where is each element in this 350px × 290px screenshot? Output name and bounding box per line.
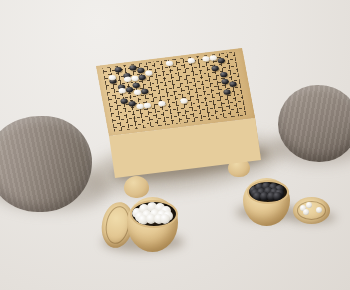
black-stone [132, 82, 140, 88]
scene: { "game": "go", "board": { "size": 19, "… [0, 0, 350, 290]
star-point [177, 112, 179, 113]
white-stone [209, 55, 217, 61]
white-stone [133, 89, 141, 95]
black-stone [136, 67, 144, 73]
go-grid [102, 52, 246, 132]
white-stone [144, 70, 152, 76]
white-stone [187, 57, 195, 63]
star-point [173, 91, 175, 92]
black-stone-heap [247, 180, 289, 204]
white-bowl-stone [316, 207, 322, 213]
white-stone-heap [130, 200, 178, 228]
white-stone [143, 102, 151, 108]
black-stone [223, 89, 231, 95]
black-stone [138, 74, 146, 80]
white-stone [157, 100, 165, 106]
black-stone [229, 81, 237, 87]
white-bowl-stone [306, 202, 312, 208]
floor-cushion-right [278, 85, 350, 162]
black-stone [128, 65, 136, 71]
stone-bowl-black [243, 178, 290, 226]
white-stone [165, 60, 173, 66]
star-point [133, 117, 135, 118]
white-bowl-stone [303, 209, 309, 215]
star-point [217, 86, 219, 87]
black-stone [114, 66, 122, 72]
white-bowl-stone [160, 214, 170, 224]
star-point [169, 70, 171, 71]
white-stone [130, 75, 138, 81]
star-point [221, 107, 223, 108]
board-leg-left [124, 176, 149, 198]
black-stone [221, 78, 229, 84]
stone-bowl-white [127, 197, 178, 252]
white-stone [118, 87, 126, 93]
black-stone [125, 87, 133, 93]
black-stone [219, 71, 227, 77]
black-stone [128, 101, 136, 107]
black-stone [140, 88, 148, 94]
black-stone [211, 65, 219, 71]
black-bowl-stone [273, 192, 282, 201]
black-stone [217, 57, 225, 63]
lid-stone-tray [293, 197, 330, 224]
white-stone [179, 98, 187, 104]
black-stone [120, 98, 128, 104]
star-point [129, 96, 131, 97]
bowl-lid-black [293, 197, 330, 224]
